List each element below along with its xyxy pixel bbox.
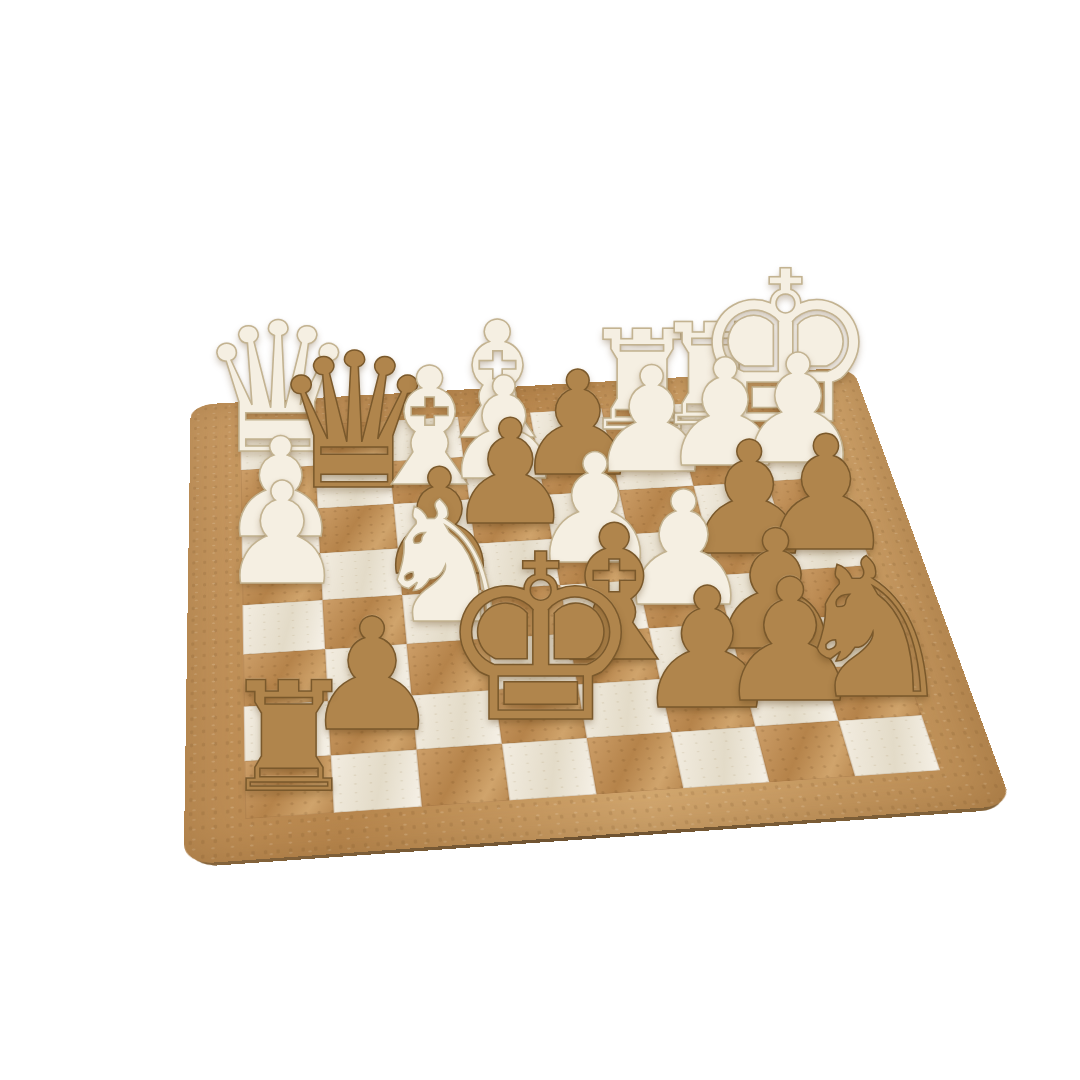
square-h6: [768, 477, 856, 525]
square-a2: [244, 701, 331, 761]
square-c7: [390, 457, 470, 504]
square-a4: [243, 600, 326, 655]
square-d7: [463, 453, 544, 500]
chess-board: [240, 396, 940, 819]
square-d1: [502, 738, 597, 801]
square-e7: [537, 448, 619, 494]
square-e3: [568, 628, 659, 684]
square-f6: [619, 486, 705, 534]
square-b2: [328, 695, 417, 755]
square-d3: [488, 633, 578, 689]
square-c3: [407, 639, 495, 696]
square-h2: [823, 663, 922, 721]
square-e1: [587, 732, 683, 794]
square-g2: [741, 668, 838, 726]
square-g6: [693, 481, 780, 529]
square-f5: [628, 529, 716, 580]
square-f4: [638, 575, 728, 628]
square-g4: [716, 570, 808, 623]
square-a8: [240, 425, 315, 470]
square-a6: [241, 508, 320, 558]
square-b8: [313, 421, 389, 466]
square-f1: [671, 726, 769, 788]
square-c6: [394, 499, 475, 548]
square-e8: [530, 408, 610, 452]
square-e6: [544, 490, 628, 539]
square-b1: [331, 750, 422, 813]
square-g7: [683, 440, 768, 486]
square-e4: [560, 580, 649, 633]
square-g8: [673, 400, 756, 444]
square-h7: [755, 436, 841, 482]
square-e2: [577, 679, 671, 738]
square-b6: [318, 504, 398, 553]
square-c1: [417, 744, 510, 807]
square-a7: [241, 466, 318, 513]
square-d4: [481, 585, 568, 639]
square-f3: [649, 623, 742, 679]
square-g3: [729, 618, 823, 674]
square-h3: [808, 613, 904, 668]
square-e5: [552, 534, 638, 585]
square-g5: [705, 525, 794, 575]
square-c4: [402, 590, 488, 644]
square-h4: [794, 565, 887, 618]
square-f8: [601, 404, 682, 448]
square-b4: [322, 595, 406, 649]
square-d8: [458, 413, 537, 458]
square-g1: [755, 721, 855, 782]
square-h5: [780, 520, 871, 570]
square-a3: [243, 649, 328, 706]
square-c5: [398, 544, 482, 595]
square-a1: [244, 755, 333, 819]
square-f7: [610, 444, 693, 490]
square-a5: [242, 553, 323, 605]
square-b3: [325, 644, 411, 701]
square-h8: [744, 396, 828, 440]
square-b5: [320, 548, 402, 600]
product-photo: ♛♝♜♜♚♛♝♟♟♟♟♟♟♟♟♟♟♟♟♞♟♝♟♟♚♟♟♞♜: [0, 0, 1080, 1080]
board-scene: [190, 215, 930, 955]
square-b7: [315, 461, 393, 508]
square-h1: [839, 715, 941, 776]
square-d2: [495, 684, 587, 743]
square-c8: [386, 417, 464, 462]
square-f2: [660, 673, 755, 732]
square-d6: [469, 495, 552, 544]
square-c2: [411, 690, 501, 750]
board-slab: [184, 367, 1013, 864]
square-d5: [475, 539, 560, 590]
